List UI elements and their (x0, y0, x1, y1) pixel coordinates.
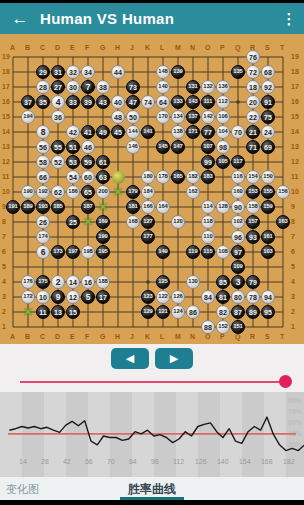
stone-F14: 41 (81, 125, 95, 139)
stone-C2: 11 (36, 305, 50, 319)
stone-F3: 5 (81, 290, 95, 304)
stone-K7: 177 (141, 230, 155, 244)
row-label-1-right: 1 (291, 323, 295, 330)
stone-E13: 51 (66, 140, 80, 154)
col-label-P: P (220, 44, 225, 51)
stone-S3: 94 (261, 290, 275, 304)
stone-B4: 176 (21, 275, 35, 289)
col-label-M-bottom: M (175, 333, 181, 340)
col-label-H: H (115, 44, 120, 51)
col-label-O-bottom: O (205, 333, 210, 340)
stone-Q7: 96 (231, 230, 245, 244)
row-label-2: 2 (2, 308, 6, 315)
col-label-M: M (175, 44, 181, 51)
col-label-S: S (265, 44, 270, 51)
stone-K14: 141 (141, 125, 155, 139)
stone-P14: 104 (216, 125, 230, 139)
stone-D9: 185 (51, 200, 65, 214)
stone-K11: 180 (141, 170, 155, 184)
row-label-12-right: 12 (291, 158, 299, 165)
stone-S11: 150 (261, 170, 275, 184)
stone-R18: 72 (246, 65, 260, 79)
stone-R8: 157 (246, 215, 260, 229)
next-move-button[interactable]: ▶ (155, 348, 193, 369)
stone-Q5: 109 (231, 260, 245, 274)
stone-S17: 92 (261, 80, 275, 94)
stone-C10: 192 (36, 185, 50, 199)
stone-L6: 149 (156, 245, 170, 259)
stone-S7: 161 (261, 230, 275, 244)
app-screen: ← Human VS Human ⋮ AABBCCDDEEFFGGHHJJKKL… (0, 0, 304, 505)
stone-C18: 29 (36, 65, 50, 79)
stone-P3: 81 (216, 290, 230, 304)
stone-R14: 21 (246, 125, 260, 139)
stone-E10: 186 (66, 185, 80, 199)
stone-R15: 22 (246, 110, 260, 124)
stone-M18: 139 (171, 65, 185, 79)
stone-K9: 166 (141, 200, 155, 214)
col-label-L-bottom: L (160, 333, 164, 340)
stone-Q11: 116 (231, 170, 245, 184)
stone-R13: 71 (246, 140, 260, 154)
row-label-5-right: 5 (291, 263, 295, 270)
stone-M14: 138 (171, 125, 185, 139)
row-label-11: 11 (2, 173, 9, 180)
hint-cross-F8: ✕ (82, 216, 94, 228)
slider-track (20, 381, 285, 383)
col-label-T-bottom: T (280, 333, 284, 340)
stone-Q2: 87 (231, 305, 245, 319)
stone-E6: 197 (66, 245, 80, 259)
stone-Q14: 70 (231, 125, 245, 139)
bottom-tab-bar: 变化图 胜率曲线 (0, 477, 304, 500)
stone-H18: 44 (111, 65, 125, 79)
stone-M2: 124 (171, 305, 185, 319)
row-label-9-right: 9 (291, 203, 295, 210)
row-label-16-right: 16 (291, 98, 299, 105)
col-label-J: J (130, 44, 134, 51)
stone-E16: 33 (66, 95, 80, 109)
stone-B3: 172 (21, 290, 35, 304)
stone-L17: 140 (156, 80, 170, 94)
stone-E14: 42 (66, 125, 80, 139)
stone-F6: 198 (81, 245, 95, 259)
stone-F10: 65 (81, 185, 95, 199)
stone-K16: 74 (141, 95, 155, 109)
row-label-16: 16 (2, 98, 10, 105)
stone-S2: 95 (261, 305, 275, 319)
stone-C4: 175 (36, 275, 50, 289)
stone-L2: 121 (156, 305, 170, 319)
stone-R4: 79 (246, 275, 260, 289)
kebab-menu-icon[interactable]: ⋮ (274, 10, 304, 28)
col-label-A: A (10, 44, 15, 51)
row-label-5: 5 (2, 263, 6, 270)
col-label-A-bottom: A (10, 333, 15, 340)
row-label-13: 13 (2, 143, 10, 150)
hint-spot-H11 (112, 171, 125, 184)
stone-N17: 131 (186, 80, 200, 94)
col-label-R-bottom: R (250, 333, 255, 340)
stone-E2: 15 (66, 305, 80, 319)
hint-cross-H10: ✕ (112, 186, 124, 198)
stone-R10: 153 (246, 185, 260, 199)
stone-R3: 78 (246, 290, 260, 304)
stone-L9: 164 (156, 200, 170, 214)
stone-T8: 163 (276, 215, 290, 229)
stone-B16: 37 (21, 95, 35, 109)
stone-C13: 56 (36, 140, 50, 154)
stone-R16: 20 (246, 95, 260, 109)
stone-C6: 6 (36, 245, 50, 259)
stone-D17: 27 (51, 80, 65, 94)
stone-N6: 119 (186, 245, 200, 259)
stone-J16: 47 (126, 95, 140, 109)
back-icon[interactable]: ← (0, 9, 40, 29)
stone-P12: 105 (216, 155, 230, 169)
col-label-Q-bottom: Q (235, 333, 240, 340)
row-label-17-right: 17 (291, 83, 299, 90)
stone-D10: 62 (51, 185, 65, 199)
stone-S18: 68 (261, 65, 275, 79)
app-bar: ← Human VS Human ⋮ (0, 3, 304, 34)
stone-E11: 54 (66, 170, 80, 184)
stone-D2: 13 (51, 305, 65, 319)
move-slider[interactable] (0, 372, 304, 390)
col-label-D-bottom: D (55, 333, 60, 340)
stone-B9: 189 (21, 200, 35, 214)
row-label-4: 4 (2, 278, 6, 285)
stone-C17: 28 (36, 80, 50, 94)
stone-S10: 155 (261, 185, 275, 199)
col-label-G-bottom: G (100, 333, 105, 340)
stone-F18: 34 (81, 65, 95, 79)
stone-G12: 61 (96, 155, 110, 169)
stone-J8: 168 (126, 215, 140, 229)
stone-S15: 75 (261, 110, 275, 124)
stone-F17: 7 (81, 80, 95, 94)
stone-R17: 18 (246, 80, 260, 94)
row-label-10-right: 10 (291, 188, 299, 195)
stone-Q9: 90 (231, 200, 245, 214)
row-label-4-right: 4 (291, 278, 295, 285)
stone-O16: 111 (201, 95, 215, 109)
stone-P4: 85 (216, 275, 230, 289)
stone-D16: 4 (51, 95, 65, 109)
stone-J10: 179 (126, 185, 140, 199)
stone-K3: 123 (141, 290, 155, 304)
stone-E12: 53 (66, 155, 80, 169)
stone-R2: 89 (246, 305, 260, 319)
stone-R9: 158 (246, 200, 260, 214)
stone-F9: 187 (81, 200, 95, 214)
stone-K10: 184 (141, 185, 155, 199)
stone-Q3: 80 (231, 290, 245, 304)
row-label-7: 7 (2, 233, 6, 240)
page-title: Human VS Human (40, 10, 174, 27)
stone-O15: 142 (201, 110, 215, 124)
stone-N4: 130 (186, 275, 200, 289)
col-label-Q: Q (235, 44, 240, 51)
stone-K2: 129 (141, 305, 155, 319)
hint-cross-G9: ✕ (97, 201, 109, 213)
row-label-3: 3 (2, 293, 6, 300)
stone-Q1: 151 (231, 320, 245, 334)
row-label-18: 18 (2, 68, 10, 75)
row-label-6: 6 (2, 248, 6, 255)
stone-E17: 30 (66, 80, 80, 94)
row-label-19-right: 19 (291, 53, 299, 60)
stone-L4: 125 (156, 275, 170, 289)
stone-O11: 183 (201, 170, 215, 184)
row-label-12: 12 (2, 158, 10, 165)
row-label-10: 10 (2, 188, 10, 195)
col-label-K-bottom: K (145, 333, 150, 340)
col-label-F-bottom: F (85, 333, 89, 340)
stone-O9: 114 (201, 200, 215, 214)
col-label-F: F (85, 44, 89, 51)
stone-C3: 10 (36, 290, 50, 304)
stone-R11: 154 (246, 170, 260, 184)
stone-R19: 76 (246, 50, 260, 64)
col-label-N: N (190, 44, 195, 51)
stone-P1: 152 (216, 320, 230, 334)
stone-P9: 128 (216, 200, 230, 214)
stone-C8: 26 (36, 215, 50, 229)
stone-O3: 84 (201, 290, 215, 304)
stone-O6: 115 (201, 245, 215, 259)
stone-P16: 112 (216, 95, 230, 109)
stone-G11: 63 (96, 170, 110, 184)
stone-F12: 59 (81, 155, 95, 169)
stone-S6: 103 (261, 245, 275, 259)
stone-M11: 165 (171, 170, 185, 184)
stone-G4: 188 (96, 275, 110, 289)
row-label-13-right: 13 (291, 143, 299, 150)
stone-J15: 50 (126, 110, 140, 124)
stone-C7: 174 (36, 230, 50, 244)
stone-O7: 110 (201, 230, 215, 244)
stone-C12: 58 (36, 155, 50, 169)
stone-S16: 91 (261, 95, 275, 109)
stone-D13: 55 (51, 140, 65, 154)
stone-C11: 66 (36, 170, 50, 184)
stone-M8: 120 (171, 215, 185, 229)
row-label-19: 19 (2, 53, 10, 60)
stone-Q8: 102 (231, 215, 245, 229)
stone-J14: 144 (126, 125, 140, 139)
stone-D15: 36 (51, 110, 65, 124)
winrate-curve-svg (0, 392, 304, 477)
row-label-14-right: 14 (291, 128, 299, 135)
stone-M13: 147 (171, 140, 185, 154)
stone-J13: 146 (126, 140, 140, 154)
col-label-T: T (280, 44, 284, 51)
stone-K8: 127 (141, 215, 155, 229)
stone-H14: 45 (111, 125, 125, 139)
stone-P2: 82 (216, 305, 230, 319)
stone-O17: 132 (201, 80, 215, 94)
stone-Q6: 97 (231, 245, 245, 259)
stone-G3: 17 (96, 290, 110, 304)
prev-move-button[interactable]: ◀ (111, 348, 149, 369)
row-label-15: 15 (2, 113, 10, 120)
col-label-D: D (55, 44, 60, 51)
stone-Q10: 160 (231, 185, 245, 199)
stone-F13: 46 (81, 140, 95, 154)
playback-controls: ◀ ▶ (0, 344, 304, 392)
col-label-B-bottom: B (25, 333, 30, 340)
stone-G17: 38 (96, 80, 110, 94)
stone-O8: 118 (201, 215, 215, 229)
row-label-14: 14 (2, 128, 10, 135)
row-label-6-right: 6 (291, 248, 295, 255)
stone-H15: 48 (111, 110, 125, 124)
stone-R7: 93 (246, 230, 260, 244)
stone-Q12: 117 (231, 155, 245, 169)
col-label-E: E (70, 44, 75, 51)
stone-L11: 178 (156, 170, 170, 184)
stone-M3: 126 (171, 290, 185, 304)
row-label-8: 8 (2, 218, 6, 225)
stone-G6: 195 (96, 245, 110, 259)
stone-L13: 145 (156, 140, 170, 154)
stone-L18: 148 (156, 65, 170, 79)
row-label-2-right: 2 (291, 308, 295, 315)
col-label-C: C (40, 44, 45, 51)
stone-G14: 49 (96, 125, 110, 139)
stone-T10: 156 (276, 185, 290, 199)
stone-B15: 194 (21, 110, 35, 124)
row-label-17: 17 (2, 83, 10, 90)
stone-P13: 98 (216, 140, 230, 154)
stone-L15: 170 (156, 110, 170, 124)
stone-E4: 14 (66, 275, 80, 289)
stone-E3: 12 (66, 290, 80, 304)
stone-D6: 173 (51, 245, 65, 259)
row-label-7-right: 7 (291, 233, 295, 240)
stone-H16: 40 (111, 95, 125, 109)
col-label-O: O (205, 44, 210, 51)
row-label-3-right: 3 (291, 293, 295, 300)
stone-C14: 8 (36, 125, 50, 139)
col-label-J-bottom: J (130, 333, 134, 340)
stone-N11: 182 (186, 170, 200, 184)
stone-O14: 77 (201, 125, 215, 139)
stone-O12: 99 (201, 155, 215, 169)
slider-knob[interactable] (279, 375, 292, 388)
stone-J9: 181 (126, 200, 140, 214)
nav-bar (0, 500, 304, 505)
stone-D12: 52 (51, 155, 65, 169)
stone-P15: 106 (216, 110, 230, 124)
tab-winrate-curve[interactable]: 胜率曲线 (0, 481, 304, 498)
stone-M15: 134 (171, 110, 185, 124)
stone-L3: 122 (156, 290, 170, 304)
stone-F11: 60 (81, 170, 95, 184)
stone-S9: 159 (261, 200, 275, 214)
col-label-K: K (145, 44, 150, 51)
col-label-S-bottom: S (265, 333, 270, 340)
stone-O13: 107 (201, 140, 215, 154)
stone-F16: 39 (81, 95, 95, 109)
stone-J17: 73 (126, 80, 140, 94)
stone-C9: 193 (36, 200, 50, 214)
stone-G7: 199 (96, 230, 110, 244)
row-label-11-right: 11 (291, 173, 298, 180)
stone-S14: 24 (261, 125, 275, 139)
stone-O1: 88 (201, 320, 215, 334)
col-label-G: G (100, 44, 105, 51)
stone-B10: 190 (21, 185, 35, 199)
stone-E8: 25 (66, 215, 80, 229)
stone-N16: 143 (186, 95, 200, 109)
stone-P6: 108 (216, 245, 230, 259)
row-label-8-right: 8 (291, 218, 295, 225)
stone-S13: 69 (261, 140, 275, 154)
row-label-1: 1 (2, 323, 6, 330)
stone-Q4: 3 (231, 275, 245, 289)
stone-G16: 43 (96, 95, 110, 109)
stone-M16: 133 (171, 95, 185, 109)
stone-L16: 64 (156, 95, 170, 109)
col-label-B: B (25, 44, 30, 51)
stone-N14: 171 (186, 125, 200, 139)
stone-F4: 16 (81, 275, 95, 289)
stone-G10: 200 (96, 185, 110, 199)
hint-cross-B2: ✕ (22, 306, 34, 318)
stone-A9: 191 (6, 200, 20, 214)
stone-Q18: 135 (231, 65, 245, 79)
row-label-15-right: 15 (291, 113, 299, 120)
stone-D3: 9 (51, 290, 65, 304)
stone-E18: 32 (66, 65, 80, 79)
row-label-18-right: 18 (291, 68, 299, 75)
col-label-H-bottom: H (115, 333, 120, 340)
go-board[interactable]: AABBCCDDEEFFGGHHJJKKLLMMNNOOPPQQRRSSTT11… (0, 34, 304, 344)
stone-N15: 137 (186, 110, 200, 124)
col-label-E-bottom: E (70, 333, 75, 340)
stone-D18: 31 (51, 65, 65, 79)
stone-P17: 136 (216, 80, 230, 94)
col-label-P-bottom: P (220, 333, 225, 340)
col-label-N-bottom: N (190, 333, 195, 340)
col-label-L: L (160, 44, 164, 51)
stone-N10: 162 (186, 185, 200, 199)
stone-D4: 2 (51, 275, 65, 289)
winrate-chart: 90%75%60%45%30%1428425670849811212614015… (0, 392, 304, 477)
stone-N2: 86 (186, 305, 200, 319)
stone-C16: 35 (36, 95, 50, 109)
stone-G8: 169 (96, 215, 110, 229)
col-label-C-bottom: C (40, 333, 45, 340)
